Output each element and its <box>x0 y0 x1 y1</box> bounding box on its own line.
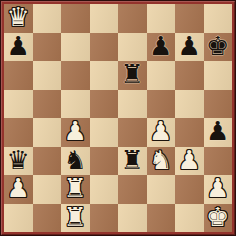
square-a7[interactable]: ♟ <box>4 33 33 62</box>
square-h4[interactable]: ♟ <box>204 118 233 147</box>
square-h3[interactable] <box>204 147 233 176</box>
square-h2[interactable]: ♟ <box>204 175 233 204</box>
square-a1[interactable] <box>4 204 33 233</box>
piece-black-pawn: ♟ <box>178 33 201 59</box>
piece-black-rook: ♜ <box>121 147 144 173</box>
square-c7[interactable] <box>61 33 90 62</box>
square-b3[interactable] <box>33 147 62 176</box>
square-d6[interactable] <box>90 61 119 90</box>
square-e1[interactable] <box>118 204 147 233</box>
square-h8[interactable] <box>204 4 233 33</box>
square-g5[interactable] <box>175 90 204 119</box>
piece-white-rook: ♜ <box>64 204 87 230</box>
square-f6[interactable] <box>147 61 176 90</box>
square-d7[interactable] <box>90 33 119 62</box>
piece-white-knight: ♞ <box>149 147 172 173</box>
square-d1[interactable] <box>90 204 119 233</box>
square-a5[interactable] <box>4 90 33 119</box>
piece-black-pawn: ♟ <box>149 33 172 59</box>
square-f1[interactable] <box>147 204 176 233</box>
square-b2[interactable] <box>33 175 62 204</box>
square-f4[interactable]: ♟ <box>147 118 176 147</box>
square-a6[interactable] <box>4 61 33 90</box>
piece-white-pawn: ♟ <box>7 175 30 201</box>
square-c1[interactable]: ♜ <box>61 204 90 233</box>
piece-white-pawn: ♟ <box>64 118 87 144</box>
square-b6[interactable] <box>33 61 62 90</box>
piece-black-pawn: ♟ <box>7 33 30 59</box>
square-c5[interactable] <box>61 90 90 119</box>
piece-black-queen: ♛ <box>7 147 30 173</box>
square-e2[interactable] <box>118 175 147 204</box>
square-a2[interactable]: ♟ <box>4 175 33 204</box>
board-frame: ♛♟♟♟♚♜♟♟♟♛♞♜♞♟♟♜♟♜♚ <box>0 0 236 236</box>
square-h1[interactable]: ♚ <box>204 204 233 233</box>
square-h5[interactable] <box>204 90 233 119</box>
square-d5[interactable] <box>90 90 119 119</box>
square-e6[interactable]: ♜ <box>118 61 147 90</box>
square-g6[interactable] <box>175 61 204 90</box>
chess-board: ♛♟♟♟♚♜♟♟♟♛♞♜♞♟♟♜♟♜♚ <box>4 4 232 232</box>
square-g8[interactable] <box>175 4 204 33</box>
square-e4[interactable] <box>118 118 147 147</box>
piece-white-pawn: ♟ <box>149 118 172 144</box>
square-c4[interactable]: ♟ <box>61 118 90 147</box>
piece-black-rook: ♜ <box>121 61 144 87</box>
square-h6[interactable] <box>204 61 233 90</box>
square-b1[interactable] <box>33 204 62 233</box>
square-f2[interactable] <box>147 175 176 204</box>
square-c6[interactable] <box>61 61 90 90</box>
square-a3[interactable]: ♛ <box>4 147 33 176</box>
square-e8[interactable] <box>118 4 147 33</box>
square-c2[interactable]: ♜ <box>61 175 90 204</box>
square-f5[interactable] <box>147 90 176 119</box>
square-a8[interactable]: ♛ <box>4 4 33 33</box>
square-c8[interactable] <box>61 4 90 33</box>
square-h7[interactable]: ♚ <box>204 33 233 62</box>
piece-black-knight: ♞ <box>64 147 87 173</box>
square-g7[interactable]: ♟ <box>175 33 204 62</box>
piece-white-rook: ♜ <box>64 175 87 201</box>
square-c3[interactable]: ♞ <box>61 147 90 176</box>
piece-black-pawn: ♟ <box>206 118 229 144</box>
square-b4[interactable] <box>33 118 62 147</box>
piece-black-king: ♚ <box>206 33 229 59</box>
square-g2[interactable] <box>175 175 204 204</box>
square-d2[interactable] <box>90 175 119 204</box>
square-b7[interactable] <box>33 33 62 62</box>
square-g3[interactable]: ♟ <box>175 147 204 176</box>
piece-white-queen: ♛ <box>7 4 30 30</box>
square-f7[interactable]: ♟ <box>147 33 176 62</box>
square-a4[interactable] <box>4 118 33 147</box>
piece-white-pawn: ♟ <box>206 175 229 201</box>
square-e5[interactable] <box>118 90 147 119</box>
piece-white-pawn: ♟ <box>178 147 201 173</box>
piece-white-king: ♚ <box>206 204 229 230</box>
square-e3[interactable]: ♜ <box>118 147 147 176</box>
square-d3[interactable] <box>90 147 119 176</box>
square-g1[interactable] <box>175 204 204 233</box>
square-b8[interactable] <box>33 4 62 33</box>
square-b5[interactable] <box>33 90 62 119</box>
square-f3[interactable]: ♞ <box>147 147 176 176</box>
square-f8[interactable] <box>147 4 176 33</box>
square-g4[interactable] <box>175 118 204 147</box>
square-e7[interactable] <box>118 33 147 62</box>
square-d4[interactable] <box>90 118 119 147</box>
square-d8[interactable] <box>90 4 119 33</box>
